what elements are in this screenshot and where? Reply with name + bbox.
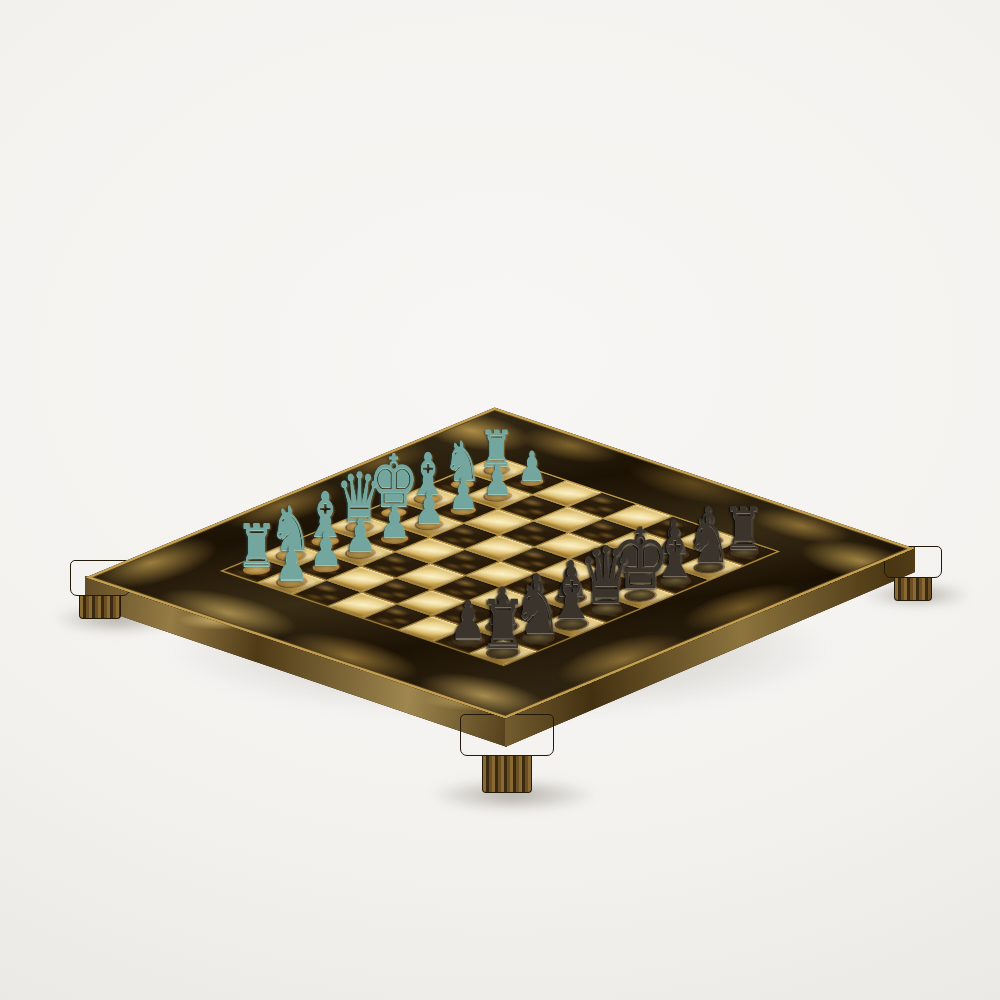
piece-white-pawn[interactable]: ♟ <box>251 539 332 587</box>
board-foot-near <box>460 714 554 793</box>
column-flute-icon <box>482 756 532 793</box>
product-photo-scene: ♜♟♟♜♞♟♟♞♝♟♟♝♚♟♟♚♛♟♟♛♝♟♟♝♞♟♟♞♜♟♟♜ <box>0 0 1000 1000</box>
column-flute-icon <box>894 578 932 601</box>
board-grid: ♜♟♟♜♞♟♟♞♝♟♟♝♚♟♟♚♛♟♟♛♝♟♟♝♞♟♟♞♜♟♟♜ <box>220 456 781 666</box>
column-flute-icon <box>79 596 121 619</box>
ionic-capital-icon <box>460 714 554 756</box>
square-a8[interactable]: ♜ <box>470 640 535 665</box>
piece-black-rook[interactable]: ♜ <box>458 591 549 659</box>
